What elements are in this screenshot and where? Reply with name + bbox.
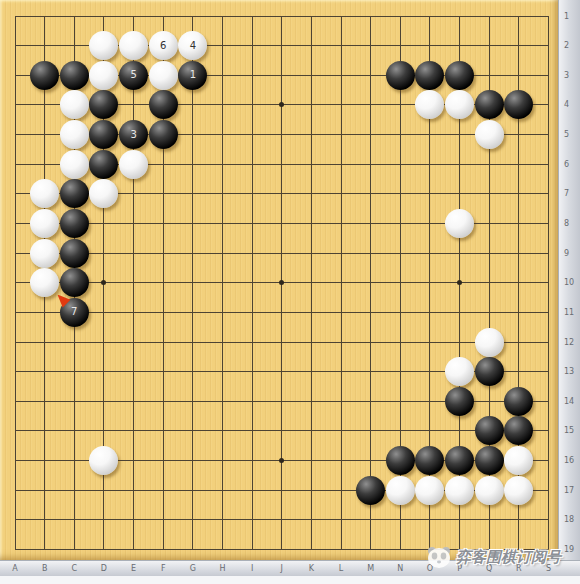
board-cell-O8[interactable] <box>415 209 445 239</box>
board-cell-K10[interactable] <box>297 268 327 298</box>
board-cell-A10[interactable] <box>0 268 30 298</box>
board-cell-Q7[interactable] <box>474 179 504 209</box>
board-cell-D18[interactable] <box>89 505 119 535</box>
board-cell-H18[interactable] <box>208 505 238 535</box>
board-cell-B7[interactable] <box>30 179 60 209</box>
board-cell-P7[interactable] <box>445 179 475 209</box>
board-cell-M13[interactable] <box>356 357 386 387</box>
board-cell-F12[interactable] <box>148 327 178 357</box>
board-cell-H7[interactable] <box>208 179 238 209</box>
board-cell-G5[interactable] <box>178 120 208 150</box>
board-cell-A3[interactable] <box>0 60 30 90</box>
board-cell-M6[interactable] <box>356 149 386 179</box>
board-cell-E16[interactable] <box>119 446 149 476</box>
board-cell-F5[interactable] <box>148 120 178 150</box>
board-cell-M10[interactable] <box>356 268 386 298</box>
board-cell-Q12[interactable] <box>474 327 504 357</box>
board-cell-L8[interactable] <box>326 209 356 239</box>
board-cell-F1[interactable] <box>148 1 178 31</box>
board-cell-E13[interactable] <box>119 357 149 387</box>
board-cell-J1[interactable] <box>267 1 297 31</box>
board-cell-H13[interactable] <box>208 357 238 387</box>
board-cell-G4[interactable] <box>178 90 208 120</box>
board-cell-J13[interactable] <box>267 357 297 387</box>
board-cell-D14[interactable] <box>89 387 119 417</box>
board-cell-N12[interactable] <box>386 327 416 357</box>
board-cell-C4[interactable] <box>59 90 89 120</box>
board-cell-C1[interactable] <box>59 1 89 31</box>
board-cell-C10[interactable] <box>59 268 89 298</box>
board-cell-R11[interactable] <box>504 298 534 328</box>
board-cell-O16[interactable] <box>415 446 445 476</box>
board-cell-M1[interactable] <box>356 1 386 31</box>
board-cell-G15[interactable] <box>178 416 208 446</box>
board-cell-M3[interactable] <box>356 60 386 90</box>
board-cell-L16[interactable] <box>326 446 356 476</box>
board-cell-A11[interactable] <box>0 298 30 328</box>
board-cell-I2[interactable] <box>237 31 267 61</box>
board-cell-A4[interactable] <box>0 90 30 120</box>
board-cell-A7[interactable] <box>0 179 30 209</box>
board-cell-N11[interactable] <box>386 298 416 328</box>
board-cell-J16[interactable] <box>267 446 297 476</box>
board-cell-P10[interactable] <box>445 268 475 298</box>
board-cell-Q18[interactable] <box>474 505 504 535</box>
board-cell-D17[interactable] <box>89 475 119 505</box>
board-cell-L13[interactable] <box>326 357 356 387</box>
board-cell-O17[interactable] <box>415 475 445 505</box>
board-cell-M9[interactable] <box>356 238 386 268</box>
board-cell-I15[interactable] <box>237 416 267 446</box>
board-cell-O2[interactable] <box>415 31 445 61</box>
board-cell-I14[interactable] <box>237 387 267 417</box>
board-cell-J7[interactable] <box>267 179 297 209</box>
board-cell-D16[interactable] <box>89 446 119 476</box>
board-cell-M16[interactable] <box>356 446 386 476</box>
board-cell-G6[interactable] <box>178 149 208 179</box>
board-cell-R15[interactable] <box>504 416 534 446</box>
board-cell-F6[interactable] <box>148 149 178 179</box>
board-cell-G18[interactable] <box>178 505 208 535</box>
board-cell-C12[interactable] <box>59 327 89 357</box>
board-cell-H4[interactable] <box>208 90 238 120</box>
board-cell-K8[interactable] <box>297 209 327 239</box>
board-cell-R9[interactable] <box>504 238 534 268</box>
board-cell-C3[interactable] <box>59 60 89 90</box>
board-cell-J14[interactable] <box>267 387 297 417</box>
board-cell-G17[interactable] <box>178 475 208 505</box>
board-cell-D13[interactable] <box>89 357 119 387</box>
board-cell-E6[interactable] <box>119 149 149 179</box>
board-cell-Q1[interactable] <box>474 1 504 31</box>
board-cell-B4[interactable] <box>30 90 60 120</box>
board-cell-C8[interactable] <box>59 209 89 239</box>
board-cell-F4[interactable] <box>148 90 178 120</box>
board-cell-A9[interactable] <box>0 238 30 268</box>
board-cell-O4[interactable] <box>415 90 445 120</box>
board-cell-J10[interactable] <box>267 268 297 298</box>
board-cell-E4[interactable] <box>119 90 149 120</box>
board-cell-A6[interactable] <box>0 149 30 179</box>
board-cell-N3[interactable] <box>386 60 416 90</box>
board-cell-F9[interactable] <box>148 238 178 268</box>
board-cell-P8[interactable] <box>445 209 475 239</box>
board-cell-L14[interactable] <box>326 387 356 417</box>
board-cell-F8[interactable] <box>148 209 178 239</box>
board-cell-M2[interactable] <box>356 31 386 61</box>
board-cell-E15[interactable] <box>119 416 149 446</box>
board-cell-I8[interactable] <box>237 209 267 239</box>
board-cell-B2[interactable] <box>30 31 60 61</box>
board-cell-N4[interactable] <box>386 90 416 120</box>
board-cell-L4[interactable] <box>326 90 356 120</box>
board-cell-J15[interactable] <box>267 416 297 446</box>
board-cell-R2[interactable] <box>504 31 534 61</box>
board-cell-E3[interactable]: 5 <box>119 60 149 90</box>
board-cell-R17[interactable] <box>504 475 534 505</box>
board-cell-J12[interactable] <box>267 327 297 357</box>
board-cell-G11[interactable] <box>178 298 208 328</box>
board-cell-R6[interactable] <box>504 149 534 179</box>
board-cell-R12[interactable] <box>504 327 534 357</box>
board-cell-P15[interactable] <box>445 416 475 446</box>
board-cell-A18[interactable] <box>0 505 30 535</box>
board-cell-O1[interactable] <box>415 1 445 31</box>
board-cell-P14[interactable] <box>445 387 475 417</box>
board-cell-H11[interactable] <box>208 298 238 328</box>
board-cell-L5[interactable] <box>326 120 356 150</box>
board-cell-A5[interactable] <box>0 120 30 150</box>
board-cell-C15[interactable] <box>59 416 89 446</box>
board-cell-K14[interactable] <box>297 387 327 417</box>
board-cell-H16[interactable] <box>208 446 238 476</box>
board-cell-M8[interactable] <box>356 209 386 239</box>
board-cell-J17[interactable] <box>267 475 297 505</box>
board-cell-C14[interactable] <box>59 387 89 417</box>
board-cell-F3[interactable] <box>148 60 178 90</box>
board-cell-O10[interactable] <box>415 268 445 298</box>
board-cell-M5[interactable] <box>356 120 386 150</box>
board-cell-B6[interactable] <box>30 149 60 179</box>
board-cell-R13[interactable] <box>504 357 534 387</box>
board-cell-A2[interactable] <box>0 31 30 61</box>
board-cell-O15[interactable] <box>415 416 445 446</box>
board-cell-L7[interactable] <box>326 179 356 209</box>
board-cell-P12[interactable] <box>445 327 475 357</box>
board-cell-A15[interactable] <box>0 416 30 446</box>
board-cell-Q16[interactable] <box>474 446 504 476</box>
board-cell-P11[interactable] <box>445 298 475 328</box>
board-cell-O14[interactable] <box>415 387 445 417</box>
board-cell-D11[interactable] <box>89 298 119 328</box>
board-cell-B13[interactable] <box>30 357 60 387</box>
board-cell-P17[interactable] <box>445 475 475 505</box>
board-cell-L11[interactable] <box>326 298 356 328</box>
board-cell-N7[interactable] <box>386 179 416 209</box>
board-cell-M15[interactable] <box>356 416 386 446</box>
board-cell-H15[interactable] <box>208 416 238 446</box>
board-cell-K15[interactable] <box>297 416 327 446</box>
board-cell-Q4[interactable] <box>474 90 504 120</box>
board-cell-B5[interactable] <box>30 120 60 150</box>
board-cell-F7[interactable] <box>148 179 178 209</box>
board-cell-L17[interactable] <box>326 475 356 505</box>
board-cell-A8[interactable] <box>0 209 30 239</box>
board-cell-K9[interactable] <box>297 238 327 268</box>
board-cell-D5[interactable] <box>89 120 119 150</box>
board-cell-M11[interactable] <box>356 298 386 328</box>
board-cell-N17[interactable] <box>386 475 416 505</box>
board-cell-C9[interactable] <box>59 238 89 268</box>
board-cell-M4[interactable] <box>356 90 386 120</box>
board-cell-K7[interactable] <box>297 179 327 209</box>
board-cell-I6[interactable] <box>237 149 267 179</box>
board-cell-H2[interactable] <box>208 31 238 61</box>
board-cell-M7[interactable] <box>356 179 386 209</box>
board-cell-L9[interactable] <box>326 238 356 268</box>
board-cell-I11[interactable] <box>237 298 267 328</box>
board-cell-F11[interactable] <box>148 298 178 328</box>
board-cell-D10[interactable] <box>89 268 119 298</box>
board-cell-O3[interactable] <box>415 60 445 90</box>
board-cell-E14[interactable] <box>119 387 149 417</box>
board-cell-R18[interactable] <box>504 505 534 535</box>
board-cell-J3[interactable] <box>267 60 297 90</box>
board-cell-B8[interactable] <box>30 209 60 239</box>
board-cell-G9[interactable] <box>178 238 208 268</box>
board-cell-N1[interactable] <box>386 1 416 31</box>
board-cell-A12[interactable] <box>0 327 30 357</box>
board-cell-O5[interactable] <box>415 120 445 150</box>
board-cell-N5[interactable] <box>386 120 416 150</box>
board-cell-O13[interactable] <box>415 357 445 387</box>
board-cell-A1[interactable] <box>0 1 30 31</box>
board-cell-Q11[interactable] <box>474 298 504 328</box>
board-cell-N16[interactable] <box>386 446 416 476</box>
board-cell-I5[interactable] <box>237 120 267 150</box>
board-cell-B11[interactable] <box>30 298 60 328</box>
board-cell-N6[interactable] <box>386 149 416 179</box>
board-cell-G8[interactable] <box>178 209 208 239</box>
board-cell-K5[interactable] <box>297 120 327 150</box>
board-cell-O18[interactable] <box>415 505 445 535</box>
board-cell-L15[interactable] <box>326 416 356 446</box>
board-cell-K16[interactable] <box>297 446 327 476</box>
board-cell-H1[interactable] <box>208 1 238 31</box>
board-cell-F15[interactable] <box>148 416 178 446</box>
board-cell-Q9[interactable] <box>474 238 504 268</box>
board-cell-Q6[interactable] <box>474 149 504 179</box>
board-cell-Q15[interactable] <box>474 416 504 446</box>
board-cell-K17[interactable] <box>297 475 327 505</box>
board-cell-N8[interactable] <box>386 209 416 239</box>
board-cell-G14[interactable] <box>178 387 208 417</box>
board-cell-L1[interactable] <box>326 1 356 31</box>
board-cell-R14[interactable] <box>504 387 534 417</box>
board-cell-B14[interactable] <box>30 387 60 417</box>
board-cell-B17[interactable] <box>30 475 60 505</box>
board-cell-G1[interactable] <box>178 1 208 31</box>
board-cell-E11[interactable] <box>119 298 149 328</box>
board-cell-M14[interactable] <box>356 387 386 417</box>
board-cell-J11[interactable] <box>267 298 297 328</box>
board-cell-A13[interactable] <box>0 357 30 387</box>
board-cell-P6[interactable] <box>445 149 475 179</box>
board-cell-L10[interactable] <box>326 268 356 298</box>
board-cell-F10[interactable] <box>148 268 178 298</box>
board-cell-G16[interactable] <box>178 446 208 476</box>
board-cell-H6[interactable] <box>208 149 238 179</box>
board-cell-N10[interactable] <box>386 268 416 298</box>
board-cell-B10[interactable] <box>30 268 60 298</box>
board-cell-O9[interactable] <box>415 238 445 268</box>
board-cell-D8[interactable] <box>89 209 119 239</box>
board-cell-D3[interactable] <box>89 60 119 90</box>
board-cell-J9[interactable] <box>267 238 297 268</box>
board-cell-K18[interactable] <box>297 505 327 535</box>
board-cell-L3[interactable] <box>326 60 356 90</box>
board-cell-O12[interactable] <box>415 327 445 357</box>
board-cell-Q10[interactable] <box>474 268 504 298</box>
board-cell-I17[interactable] <box>237 475 267 505</box>
board-cell-P1[interactable] <box>445 1 475 31</box>
board-cell-J2[interactable] <box>267 31 297 61</box>
board-cell-C5[interactable] <box>59 120 89 150</box>
board-cell-B15[interactable] <box>30 416 60 446</box>
board-cell-Q2[interactable] <box>474 31 504 61</box>
board-cell-G3[interactable]: 1 <box>178 60 208 90</box>
board-cell-I13[interactable] <box>237 357 267 387</box>
board-cell-M12[interactable] <box>356 327 386 357</box>
board-cell-R7[interactable] <box>504 179 534 209</box>
board-cell-D2[interactable] <box>89 31 119 61</box>
board-cell-K6[interactable] <box>297 149 327 179</box>
board-cell-H10[interactable] <box>208 268 238 298</box>
board-cell-M18[interactable] <box>356 505 386 535</box>
board-cell-F14[interactable] <box>148 387 178 417</box>
board-cell-H5[interactable] <box>208 120 238 150</box>
board-cell-I18[interactable] <box>237 505 267 535</box>
board-cell-P5[interactable] <box>445 120 475 150</box>
board-cell-K11[interactable] <box>297 298 327 328</box>
board-cell-K4[interactable] <box>297 90 327 120</box>
board-cell-E17[interactable] <box>119 475 149 505</box>
board-cell-C7[interactable] <box>59 179 89 209</box>
board-cell-F16[interactable] <box>148 446 178 476</box>
board-cell-J8[interactable] <box>267 209 297 239</box>
board-cell-P18[interactable] <box>445 505 475 535</box>
board-cell-J4[interactable] <box>267 90 297 120</box>
board-cell-E10[interactable] <box>119 268 149 298</box>
board-cell-P4[interactable] <box>445 90 475 120</box>
board-cell-H12[interactable] <box>208 327 238 357</box>
board-cell-I4[interactable] <box>237 90 267 120</box>
board-cell-A16[interactable] <box>0 446 30 476</box>
board-cell-F13[interactable] <box>148 357 178 387</box>
board-cell-G10[interactable] <box>178 268 208 298</box>
board-cell-E2[interactable] <box>119 31 149 61</box>
board-cell-I16[interactable] <box>237 446 267 476</box>
board-cell-R10[interactable] <box>504 268 534 298</box>
board-cell-G13[interactable] <box>178 357 208 387</box>
board-cell-C6[interactable] <box>59 149 89 179</box>
board-cell-F17[interactable] <box>148 475 178 505</box>
board-cell-E5[interactable]: 3 <box>119 120 149 150</box>
board-cell-N14[interactable] <box>386 387 416 417</box>
board-cell-B18[interactable] <box>30 505 60 535</box>
board-cell-A14[interactable] <box>0 387 30 417</box>
board-cell-B3[interactable] <box>30 60 60 90</box>
board-cell-F2[interactable]: 6 <box>148 31 178 61</box>
board-cell-C2[interactable] <box>59 31 89 61</box>
board-cell-Q13[interactable] <box>474 357 504 387</box>
board-cell-C18[interactable] <box>59 505 89 535</box>
board-cell-Q5[interactable] <box>474 120 504 150</box>
board-cell-P9[interactable] <box>445 238 475 268</box>
board-cell-R3[interactable] <box>504 60 534 90</box>
board-cell-H14[interactable] <box>208 387 238 417</box>
board-cell-Q3[interactable] <box>474 60 504 90</box>
board-cell-C17[interactable] <box>59 475 89 505</box>
board-cell-C13[interactable] <box>59 357 89 387</box>
board-cell-P16[interactable] <box>445 446 475 476</box>
board-cell-E9[interactable] <box>119 238 149 268</box>
board-cell-E1[interactable] <box>119 1 149 31</box>
board-cell-K3[interactable] <box>297 60 327 90</box>
board-cell-N15[interactable] <box>386 416 416 446</box>
board-cell-A17[interactable] <box>0 475 30 505</box>
board-cell-I3[interactable] <box>237 60 267 90</box>
board-cell-D7[interactable] <box>89 179 119 209</box>
board-cell-G7[interactable] <box>178 179 208 209</box>
board-cell-H17[interactable] <box>208 475 238 505</box>
board-cell-R8[interactable] <box>504 209 534 239</box>
board-cell-L6[interactable] <box>326 149 356 179</box>
board-cell-H8[interactable] <box>208 209 238 239</box>
board-cell-D1[interactable] <box>89 1 119 31</box>
board-cell-E18[interactable] <box>119 505 149 535</box>
board-cell-B12[interactable] <box>30 327 60 357</box>
board-cell-R1[interactable] <box>504 1 534 31</box>
board-cell-P3[interactable] <box>445 60 475 90</box>
board-cell-Q8[interactable] <box>474 209 504 239</box>
board-cell-B16[interactable] <box>30 446 60 476</box>
board-cell-J5[interactable] <box>267 120 297 150</box>
board-cell-H9[interactable] <box>208 238 238 268</box>
board-cell-D12[interactable] <box>89 327 119 357</box>
board-cell-I7[interactable] <box>237 179 267 209</box>
board-cell-I1[interactable] <box>237 1 267 31</box>
board-cell-B1[interactable] <box>30 1 60 31</box>
board-cell-D4[interactable] <box>89 90 119 120</box>
board-cell-M17[interactable] <box>356 475 386 505</box>
board-cell-R5[interactable] <box>504 120 534 150</box>
board-cell-L2[interactable] <box>326 31 356 61</box>
board-cell-J18[interactable] <box>267 505 297 535</box>
board-cell-O6[interactable] <box>415 149 445 179</box>
board-cell-Q14[interactable] <box>474 387 504 417</box>
board-cell-N2[interactable] <box>386 31 416 61</box>
board-cell-D9[interactable] <box>89 238 119 268</box>
board-cell-L12[interactable] <box>326 327 356 357</box>
board-cell-D15[interactable] <box>89 416 119 446</box>
board-cell-O11[interactable] <box>415 298 445 328</box>
board-cell-D6[interactable] <box>89 149 119 179</box>
board-cell-C11[interactable]: 7 <box>59 298 89 328</box>
board-cell-G2[interactable]: 4 <box>178 31 208 61</box>
board-cell-O7[interactable] <box>415 179 445 209</box>
board-cell-R4[interactable] <box>504 90 534 120</box>
